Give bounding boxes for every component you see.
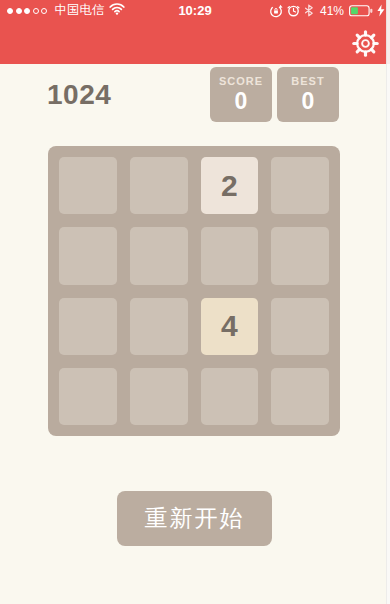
battery-percent: 41% bbox=[320, 4, 344, 18]
best-value: 0 bbox=[302, 88, 315, 115]
best-box: BEST 0 bbox=[277, 67, 339, 122]
charging-bolt-icon bbox=[377, 4, 385, 17]
signal-dot bbox=[16, 8, 22, 14]
empty-cell bbox=[271, 298, 329, 355]
settings-button[interactable] bbox=[352, 30, 379, 57]
scoreboard: SCORE 0 BEST 0 bbox=[210, 67, 339, 122]
signal-dot bbox=[7, 8, 13, 14]
score-box: SCORE 0 bbox=[210, 67, 272, 122]
restart-button[interactable]: 重新开始 bbox=[117, 491, 272, 546]
empty-cell bbox=[271, 227, 329, 284]
empty-cell bbox=[271, 157, 329, 214]
empty-cell bbox=[201, 368, 259, 425]
signal-dot bbox=[24, 8, 30, 14]
empty-cell bbox=[130, 227, 188, 284]
gear-icon bbox=[352, 45, 379, 60]
app-header bbox=[0, 21, 390, 64]
signal-dots bbox=[7, 8, 50, 14]
signal-dot bbox=[41, 8, 47, 14]
screen-edge-strip bbox=[386, 0, 390, 604]
empty-cell bbox=[59, 157, 117, 214]
battery-fill bbox=[351, 7, 358, 14]
wifi-icon bbox=[109, 3, 125, 18]
empty-cell bbox=[271, 368, 329, 425]
empty-cell bbox=[59, 368, 117, 425]
empty-cell bbox=[130, 298, 188, 355]
signal-dot bbox=[33, 8, 39, 14]
status-bar: 中国电信 10:29 bbox=[0, 0, 390, 21]
rotation-lock-icon bbox=[269, 4, 283, 18]
bluetooth-icon bbox=[304, 4, 314, 17]
tile-2: 2 bbox=[201, 157, 259, 214]
empty-cell bbox=[130, 368, 188, 425]
carrier-label: 中国电信 bbox=[55, 2, 105, 19]
empty-cell bbox=[59, 227, 117, 284]
empty-cell bbox=[130, 157, 188, 214]
empty-cell bbox=[59, 298, 117, 355]
tile-4: 4 bbox=[201, 298, 259, 355]
score-label: SCORE bbox=[219, 75, 263, 87]
board[interactable]: 24 bbox=[48, 146, 340, 436]
alarm-icon bbox=[287, 4, 300, 17]
empty-cell bbox=[201, 227, 259, 284]
score-value: 0 bbox=[235, 88, 248, 115]
best-label: BEST bbox=[291, 75, 324, 87]
battery-icon bbox=[349, 5, 373, 17]
page-title: 1024 bbox=[47, 79, 111, 111]
